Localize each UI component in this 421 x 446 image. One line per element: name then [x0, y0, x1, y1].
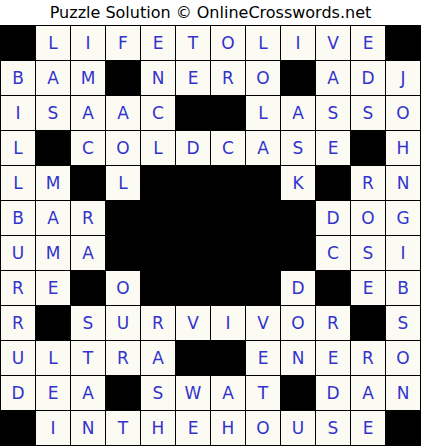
letter-cell: E	[36, 376, 70, 410]
letter-cell: N	[386, 166, 420, 200]
letter-cell: R	[141, 306, 175, 340]
letter-cell: O	[106, 131, 140, 165]
letter-cell: L	[36, 26, 70, 60]
block-cell	[71, 271, 105, 305]
block-cell	[211, 166, 245, 200]
letter-cell: S	[351, 236, 385, 270]
letter-cell: I	[71, 26, 105, 60]
letter-cell: M	[36, 166, 70, 200]
letter-cell: N	[141, 61, 175, 95]
block-cell	[176, 166, 210, 200]
block-cell	[106, 236, 140, 270]
letter-cell: T	[246, 376, 280, 410]
letter-cell: U	[281, 411, 315, 445]
letter-cell: R	[1, 306, 35, 340]
letter-cell: S	[316, 411, 350, 445]
letter-cell: A	[71, 376, 105, 410]
block-cell	[71, 166, 105, 200]
letter-cell: L	[246, 96, 280, 130]
letter-cell: J	[386, 61, 420, 95]
letter-cell: E	[36, 271, 70, 305]
letter-cell: E	[176, 61, 210, 95]
block-cell	[281, 61, 315, 95]
block-cell	[246, 271, 280, 305]
letter-cell: E	[141, 26, 175, 60]
block-cell	[176, 236, 210, 270]
block-cell	[211, 96, 245, 130]
letter-cell: E	[246, 341, 280, 375]
letter-cell: S	[281, 131, 315, 165]
block-cell	[316, 271, 350, 305]
letter-cell: D	[316, 201, 350, 235]
puzzle-solution-page: Puzzle Solution © OnlineCrosswords.net L…	[0, 0, 421, 446]
letter-cell: T	[71, 341, 105, 375]
letter-cell: E	[316, 341, 350, 375]
letter-cell: O	[386, 341, 420, 375]
letter-cell: O	[211, 26, 245, 60]
letter-cell: O	[246, 61, 280, 95]
letter-cell: A	[281, 96, 315, 130]
block-cell	[316, 166, 350, 200]
letter-cell: B	[1, 61, 35, 95]
letter-cell: R	[71, 201, 105, 235]
block-cell	[176, 341, 210, 375]
block-cell	[211, 341, 245, 375]
letter-cell: U	[106, 306, 140, 340]
letter-cell: L	[36, 341, 70, 375]
block-cell	[141, 166, 175, 200]
letter-cell: I	[281, 26, 315, 60]
letter-cell: O	[281, 306, 315, 340]
letter-cell: S	[351, 96, 385, 130]
block-cell	[141, 201, 175, 235]
letter-cell: E	[351, 26, 385, 60]
letter-cell: I	[211, 306, 245, 340]
letter-cell: D	[351, 61, 385, 95]
letter-cell: A	[211, 376, 245, 410]
letter-cell: S	[36, 96, 70, 130]
letter-cell: A	[351, 376, 385, 410]
letter-cell: E	[351, 271, 385, 305]
letter-cell: L	[141, 131, 175, 165]
letter-cell: M	[71, 61, 105, 95]
block-cell	[141, 236, 175, 270]
block-cell	[281, 236, 315, 270]
letter-cell: S	[141, 376, 175, 410]
block-cell	[141, 271, 175, 305]
letter-cell: A	[316, 61, 350, 95]
block-cell	[351, 131, 385, 165]
block-cell	[386, 26, 420, 60]
letter-cell: K	[281, 166, 315, 200]
block-cell	[106, 61, 140, 95]
letter-cell: C	[141, 96, 175, 130]
letter-cell: R	[106, 341, 140, 375]
letter-cell: R	[351, 341, 385, 375]
letter-cell: V	[246, 306, 280, 340]
letter-cell: L	[246, 26, 280, 60]
letter-cell: I	[36, 411, 70, 445]
letter-cell: O	[246, 411, 280, 445]
block-cell	[106, 201, 140, 235]
block-cell	[281, 376, 315, 410]
letter-cell: O	[386, 96, 420, 130]
letter-cell: H	[211, 411, 245, 445]
letter-cell: T	[176, 26, 210, 60]
letter-cell: I	[1, 96, 35, 130]
block-cell	[36, 131, 70, 165]
letter-cell: A	[141, 341, 175, 375]
letter-cell: D	[281, 271, 315, 305]
letter-cell: A	[71, 96, 105, 130]
letter-cell: A	[106, 96, 140, 130]
block-cell	[211, 236, 245, 270]
letter-cell: B	[1, 201, 35, 235]
block-cell	[106, 376, 140, 410]
letter-cell: N	[71, 411, 105, 445]
block-cell	[211, 201, 245, 235]
block-cell	[351, 306, 385, 340]
block-cell	[246, 166, 280, 200]
letter-cell: H	[386, 131, 420, 165]
letter-cell: L	[1, 166, 35, 200]
title-bar: Puzzle Solution © OnlineCrosswords.net	[0, 0, 421, 25]
letter-cell: W	[176, 376, 210, 410]
letter-cell: V	[176, 306, 210, 340]
block-cell	[176, 201, 210, 235]
letter-cell: U	[1, 236, 35, 270]
page-title: Puzzle Solution © OnlineCrosswords.net	[50, 3, 372, 22]
letter-cell: C	[211, 131, 245, 165]
block-cell	[176, 271, 210, 305]
letter-cell: U	[1, 341, 35, 375]
letter-cell: C	[71, 131, 105, 165]
crossword-grid: LIFETOLIVEBAMNEROADJISAACLASSOLCOLDCASEH…	[0, 25, 421, 446]
letter-cell: I	[386, 236, 420, 270]
block-cell	[1, 411, 35, 445]
letter-cell: S	[386, 306, 420, 340]
block-cell	[211, 271, 245, 305]
letter-cell: G	[386, 201, 420, 235]
letter-cell: N	[281, 341, 315, 375]
letter-cell: A	[36, 61, 70, 95]
letter-cell: E	[176, 411, 210, 445]
letter-cell: E	[316, 131, 350, 165]
letter-cell: L	[106, 166, 140, 200]
letter-cell: D	[316, 376, 350, 410]
letter-cell: A	[246, 131, 280, 165]
block-cell	[281, 201, 315, 235]
letter-cell: M	[36, 236, 70, 270]
letter-cell: L	[1, 131, 35, 165]
letter-cell: R	[351, 166, 385, 200]
letter-cell: S	[316, 96, 350, 130]
letter-cell: B	[386, 271, 420, 305]
letter-cell: D	[1, 376, 35, 410]
block-cell	[246, 236, 280, 270]
letter-cell: H	[141, 411, 175, 445]
letter-cell: O	[106, 271, 140, 305]
letter-cell: V	[316, 26, 350, 60]
letter-cell: A	[36, 201, 70, 235]
block-cell	[1, 26, 35, 60]
letter-cell: O	[351, 201, 385, 235]
letter-cell: E	[351, 411, 385, 445]
block-cell	[386, 411, 420, 445]
letter-cell: D	[176, 131, 210, 165]
block-cell	[36, 306, 70, 340]
letter-cell: R	[211, 61, 245, 95]
letter-cell: F	[106, 26, 140, 60]
letter-cell: A	[71, 236, 105, 270]
block-cell	[176, 96, 210, 130]
letter-cell: C	[316, 236, 350, 270]
block-cell	[246, 201, 280, 235]
letter-cell: S	[71, 306, 105, 340]
letter-cell: R	[316, 306, 350, 340]
letter-cell: R	[1, 271, 35, 305]
letter-cell: T	[106, 411, 140, 445]
letter-cell: N	[386, 376, 420, 410]
